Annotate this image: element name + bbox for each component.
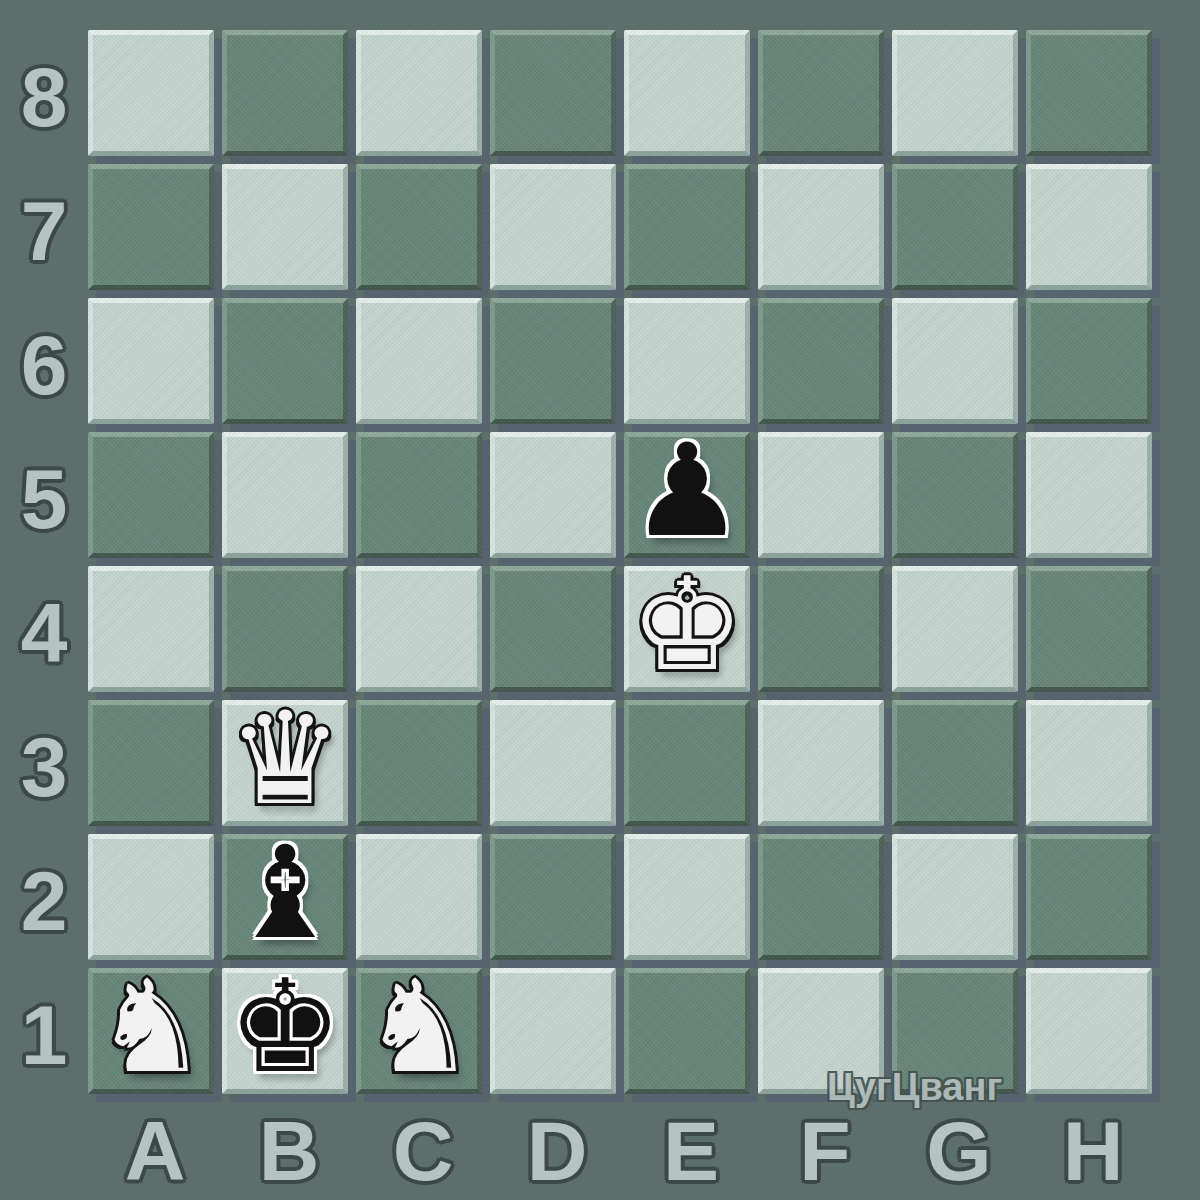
square-g8[interactable] [892,30,1018,156]
square-f5[interactable] [758,432,884,558]
square-h4[interactable] [1026,566,1152,692]
file-label-d: D [490,1102,624,1200]
square-c1[interactable]: ♞ [356,968,482,1094]
square-c4[interactable] [356,566,482,692]
square-h3[interactable] [1026,700,1152,826]
square-h6[interactable] [1026,298,1152,424]
square-c5[interactable] [356,432,482,558]
square-g2[interactable] [892,834,1018,960]
square-e3[interactable] [624,700,750,826]
square-g3[interactable] [892,700,1018,826]
square-d6[interactable] [490,298,616,424]
square-b3[interactable]: ♛ [222,700,348,826]
square-e5[interactable]: ♟ [624,432,750,558]
square-h8[interactable] [1026,30,1152,156]
piece-black-pawn-e5[interactable]: ♟ [630,427,745,555]
file-label-a: A [88,1102,222,1200]
square-b5[interactable] [222,432,348,558]
square-b7[interactable] [222,164,348,290]
square-c2[interactable] [356,834,482,960]
square-h2[interactable] [1026,834,1152,960]
square-a7[interactable] [88,164,214,290]
square-b2[interactable]: ♝ [222,834,348,960]
rank-label-7: 7 [0,164,88,298]
piece-black-bishop-b2[interactable]: ♝ [228,829,343,957]
square-f7[interactable] [758,164,884,290]
rank-label-8: 8 [0,30,88,164]
square-f2[interactable] [758,834,884,960]
square-c6[interactable] [356,298,482,424]
rank-label-1: 1 [0,968,88,1102]
file-label-g: G [892,1102,1026,1200]
square-e4[interactable]: ♚ [624,566,750,692]
watermark: ЦугЦванг [827,1066,1002,1109]
square-b8[interactable] [222,30,348,156]
file-label-b: B [222,1102,356,1200]
rank-label-4: 4 [0,566,88,700]
piece-white-queen-b3[interactable]: ♛ [228,695,343,823]
square-d3[interactable] [490,700,616,826]
rank-label-2: 2 [0,834,88,968]
rank-label-3: 3 [0,700,88,834]
square-b6[interactable] [222,298,348,424]
square-d1[interactable] [490,968,616,1094]
square-c3[interactable] [356,700,482,826]
square-d2[interactable] [490,834,616,960]
square-c7[interactable] [356,164,482,290]
square-a1[interactable]: ♞ [88,968,214,1094]
file-label-e: E [624,1102,758,1200]
square-f3[interactable] [758,700,884,826]
square-d7[interactable] [490,164,616,290]
square-a5[interactable] [88,432,214,558]
piece-white-king-e4[interactable]: ♚ [630,561,745,689]
file-labels: ABCDEFGH [88,1102,1160,1200]
rank-labels: 87654321 [0,30,88,1102]
file-label-h: H [1026,1102,1160,1200]
square-h1[interactable] [1026,968,1152,1094]
square-d4[interactable] [490,566,616,692]
square-f4[interactable] [758,566,884,692]
file-label-c: C [356,1102,490,1200]
rank-label-5: 5 [0,432,88,566]
square-c8[interactable] [356,30,482,156]
piece-black-king-b1[interactable]: ♚ [228,963,343,1091]
square-a2[interactable] [88,834,214,960]
chess-board: ♟♚♛♝♞♚♞ [88,30,1160,1102]
square-g6[interactable] [892,298,1018,424]
piece-white-knight-c1[interactable]: ♞ [362,963,477,1091]
square-b4[interactable] [222,566,348,692]
square-g5[interactable] [892,432,1018,558]
square-f8[interactable] [758,30,884,156]
square-h7[interactable] [1026,164,1152,290]
piece-white-knight-a1[interactable]: ♞ [94,963,209,1091]
square-g4[interactable] [892,566,1018,692]
square-f6[interactable] [758,298,884,424]
square-a4[interactable] [88,566,214,692]
rank-label-6: 6 [0,298,88,432]
square-h5[interactable] [1026,432,1152,558]
file-label-f: F [758,1102,892,1200]
square-g7[interactable] [892,164,1018,290]
square-d5[interactable] [490,432,616,558]
square-e7[interactable] [624,164,750,290]
square-e1[interactable] [624,968,750,1094]
square-e8[interactable] [624,30,750,156]
square-b1[interactable]: ♚ [222,968,348,1094]
square-a6[interactable] [88,298,214,424]
square-e6[interactable] [624,298,750,424]
square-e2[interactable] [624,834,750,960]
square-a3[interactable] [88,700,214,826]
square-a8[interactable] [88,30,214,156]
square-d8[interactable] [490,30,616,156]
